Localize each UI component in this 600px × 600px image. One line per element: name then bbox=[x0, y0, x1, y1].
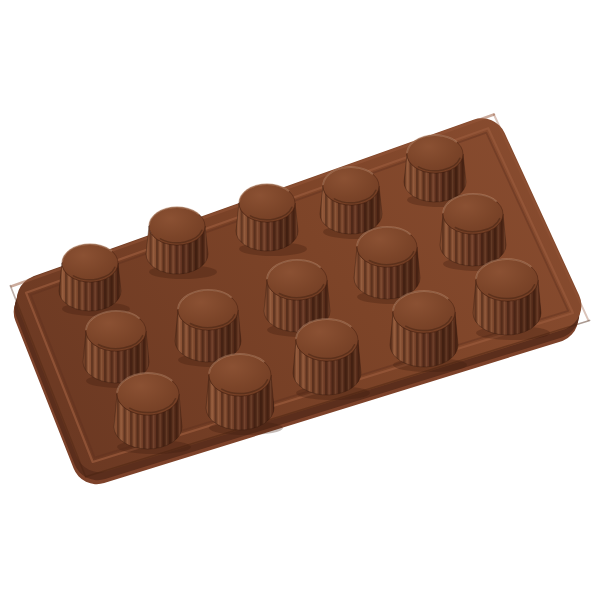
product-photo bbox=[0, 0, 600, 600]
chocolate-mold-image bbox=[0, 0, 600, 600]
